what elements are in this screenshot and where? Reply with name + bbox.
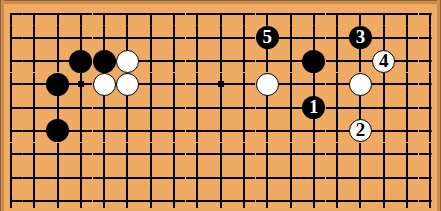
board-bottom-crop-mask	[4, 208, 437, 211]
move-number-label: 3	[356, 27, 366, 46]
board-cell-Q15	[349, 96, 372, 119]
board-cell-G16	[139, 73, 162, 96]
go-board-grid: 53412	[0, 3, 441, 211]
board-cell-D12	[69, 166, 92, 189]
white-stone-Q14: 2	[349, 119, 372, 142]
board-cell-O15: 1	[302, 96, 325, 119]
board-cell-F17	[116, 49, 139, 72]
board-cell-K16	[209, 73, 232, 96]
board-cell-M13	[256, 143, 279, 166]
board-cell-H14	[162, 119, 185, 142]
board-cell-H15	[162, 96, 185, 119]
board-cell-F18	[116, 26, 139, 49]
board-cell-E17	[93, 49, 116, 72]
board-cell-G12	[139, 166, 162, 189]
board-cell-P17	[326, 49, 349, 72]
board-cell-J19	[186, 3, 209, 26]
board-cell-L17	[232, 49, 255, 72]
board-cell-D15	[69, 96, 92, 119]
board-cell-S16	[395, 73, 418, 96]
board-cell-R14	[372, 119, 395, 142]
board-cell-L14	[232, 119, 255, 142]
white-stone-F17	[116, 50, 139, 73]
board-cell-B15	[23, 96, 46, 119]
black-stone-O15: 1	[302, 96, 325, 119]
board-cell-B17	[23, 49, 46, 72]
board-cell-B13	[23, 143, 46, 166]
board-cell-C14	[46, 119, 69, 142]
board-frame-right	[437, 0, 441, 211]
board-cell-R12	[372, 166, 395, 189]
board-cell-Q17	[349, 49, 372, 72]
board-cell-J14	[186, 119, 209, 142]
board-cell-K12	[209, 166, 232, 189]
board-cell-E15	[93, 96, 116, 119]
board-cell-K18	[209, 26, 232, 49]
board-cell-N19	[279, 3, 302, 26]
board-cell-D19	[69, 3, 92, 26]
board-cell-O12	[302, 166, 325, 189]
board-cell-R15	[372, 96, 395, 119]
board-cell-E14	[93, 119, 116, 142]
board-cell-M15	[256, 96, 279, 119]
board-cell-E19	[93, 3, 116, 26]
board-cell-P14	[326, 119, 349, 142]
board-cell-K13	[209, 143, 232, 166]
board-cell-S17	[395, 49, 418, 72]
board-cell-C17	[46, 49, 69, 72]
board-cell-R17: 4	[372, 49, 395, 72]
board-cell-J16	[186, 73, 209, 96]
board-cell-G19	[139, 3, 162, 26]
board-cell-P18	[326, 26, 349, 49]
board-cell-D14	[69, 119, 92, 142]
board-cell-H16	[162, 73, 185, 96]
black-stone-O17	[302, 50, 325, 73]
board-cell-O19	[302, 3, 325, 26]
board-cell-F13	[116, 143, 139, 166]
board-cell-B18	[23, 26, 46, 49]
board-cell-N17	[279, 49, 302, 72]
board-cell-S13	[395, 143, 418, 166]
board-cell-D13	[69, 143, 92, 166]
board-cell-B14	[23, 119, 46, 142]
white-stone-F16	[116, 73, 139, 96]
board-cell-P16	[326, 73, 349, 96]
board-cell-F12	[116, 166, 139, 189]
board-cell-S19	[395, 3, 418, 26]
board-cell-G15	[139, 96, 162, 119]
board-cell-H19	[162, 3, 185, 26]
board-cell-J13	[186, 143, 209, 166]
go-board: 53412	[0, 0, 441, 211]
black-stone-Q18: 3	[349, 26, 372, 49]
board-cell-P19	[326, 3, 349, 26]
board-cell-M14	[256, 119, 279, 142]
board-cell-K14	[209, 119, 232, 142]
board-cell-C18	[46, 26, 69, 49]
board-cell-G18	[139, 26, 162, 49]
board-cell-Q14: 2	[349, 119, 372, 142]
board-cell-J18	[186, 26, 209, 49]
board-cell-M17	[256, 49, 279, 72]
board-frame-left	[0, 0, 4, 211]
board-cell-E13	[93, 143, 116, 166]
board-cell-N18	[279, 26, 302, 49]
board-cell-P15	[326, 96, 349, 119]
board-cell-B12	[23, 166, 46, 189]
board-cell-S15	[395, 96, 418, 119]
board-cell-L19	[232, 3, 255, 26]
board-cell-N16	[279, 73, 302, 96]
board-cell-N12	[279, 166, 302, 189]
board-cell-R16	[372, 73, 395, 96]
white-stone-Q16	[349, 73, 372, 96]
board-cell-O13	[302, 143, 325, 166]
board-cell-C19	[46, 3, 69, 26]
move-number-label: 2	[356, 120, 366, 139]
board-cell-L18	[232, 26, 255, 49]
board-cell-B16	[23, 73, 46, 96]
black-stone-C16	[46, 73, 69, 96]
move-number-label: 5	[263, 27, 273, 46]
white-stone-M16	[256, 73, 279, 96]
board-cell-N14	[279, 119, 302, 142]
move-number-label: 4	[379, 51, 389, 70]
board-cell-S14	[395, 119, 418, 142]
star-point-marker	[78, 81, 84, 87]
board-cell-J12	[186, 166, 209, 189]
board-cell-O16	[302, 73, 325, 96]
board-cell-Q16	[349, 73, 372, 96]
board-cell-K17	[209, 49, 232, 72]
board-cell-S18	[395, 26, 418, 49]
board-cell-R18	[372, 26, 395, 49]
black-stone-M18: 5	[256, 26, 279, 49]
board-cell-M12	[256, 166, 279, 189]
board-cell-F15	[116, 96, 139, 119]
board-cell-C16	[46, 73, 69, 96]
board-cell-C12	[46, 166, 69, 189]
board-cell-H17	[162, 49, 185, 72]
board-cell-L15	[232, 96, 255, 119]
black-stone-D17	[69, 50, 92, 73]
board-cell-O18	[302, 26, 325, 49]
board-cell-E18	[93, 26, 116, 49]
board-cell-D18	[69, 26, 92, 49]
board-cell-R13	[372, 143, 395, 166]
board-cell-F16	[116, 73, 139, 96]
board-cell-G14	[139, 119, 162, 142]
board-cell-L12	[232, 166, 255, 189]
board-cell-R19	[372, 3, 395, 26]
board-cell-E12	[93, 166, 116, 189]
board-cell-N15	[279, 96, 302, 119]
board-cell-C13	[46, 143, 69, 166]
board-cell-J15	[186, 96, 209, 119]
board-cell-J17	[186, 49, 209, 72]
board-cell-C15	[46, 96, 69, 119]
board-cell-D16	[69, 73, 92, 96]
board-cell-H12	[162, 166, 185, 189]
board-cell-D17	[69, 49, 92, 72]
star-point-marker	[218, 81, 224, 87]
board-cell-B19	[23, 3, 46, 26]
white-stone-E16	[93, 73, 116, 96]
board-cell-E16	[93, 73, 116, 96]
board-cell-Q19	[349, 3, 372, 26]
black-stone-E17	[93, 50, 116, 73]
board-cell-O14	[302, 119, 325, 142]
board-cell-M19	[256, 3, 279, 26]
board-cell-G13	[139, 143, 162, 166]
board-cell-K19	[209, 3, 232, 26]
board-cell-S12	[395, 166, 418, 189]
black-stone-C14	[46, 119, 69, 142]
board-cell-F19	[116, 3, 139, 26]
board-cell-Q18: 3	[349, 26, 372, 49]
board-cell-P12	[326, 166, 349, 189]
board-cell-L13	[232, 143, 255, 166]
board-cell-Q13	[349, 143, 372, 166]
board-cell-F14	[116, 119, 139, 142]
board-cell-K15	[209, 96, 232, 119]
board-frame-top	[0, 0, 441, 4]
board-cell-M18: 5	[256, 26, 279, 49]
white-stone-R17: 4	[372, 50, 395, 73]
board-cell-Q12	[349, 166, 372, 189]
board-cell-H18	[162, 26, 185, 49]
board-cell-L16	[232, 73, 255, 96]
board-cell-M16	[256, 73, 279, 96]
board-cell-P13	[326, 143, 349, 166]
board-cell-H13	[162, 143, 185, 166]
board-cell-G17	[139, 49, 162, 72]
board-cell-N13	[279, 143, 302, 166]
board-cell-O17	[302, 49, 325, 72]
move-number-label: 1	[309, 97, 319, 116]
